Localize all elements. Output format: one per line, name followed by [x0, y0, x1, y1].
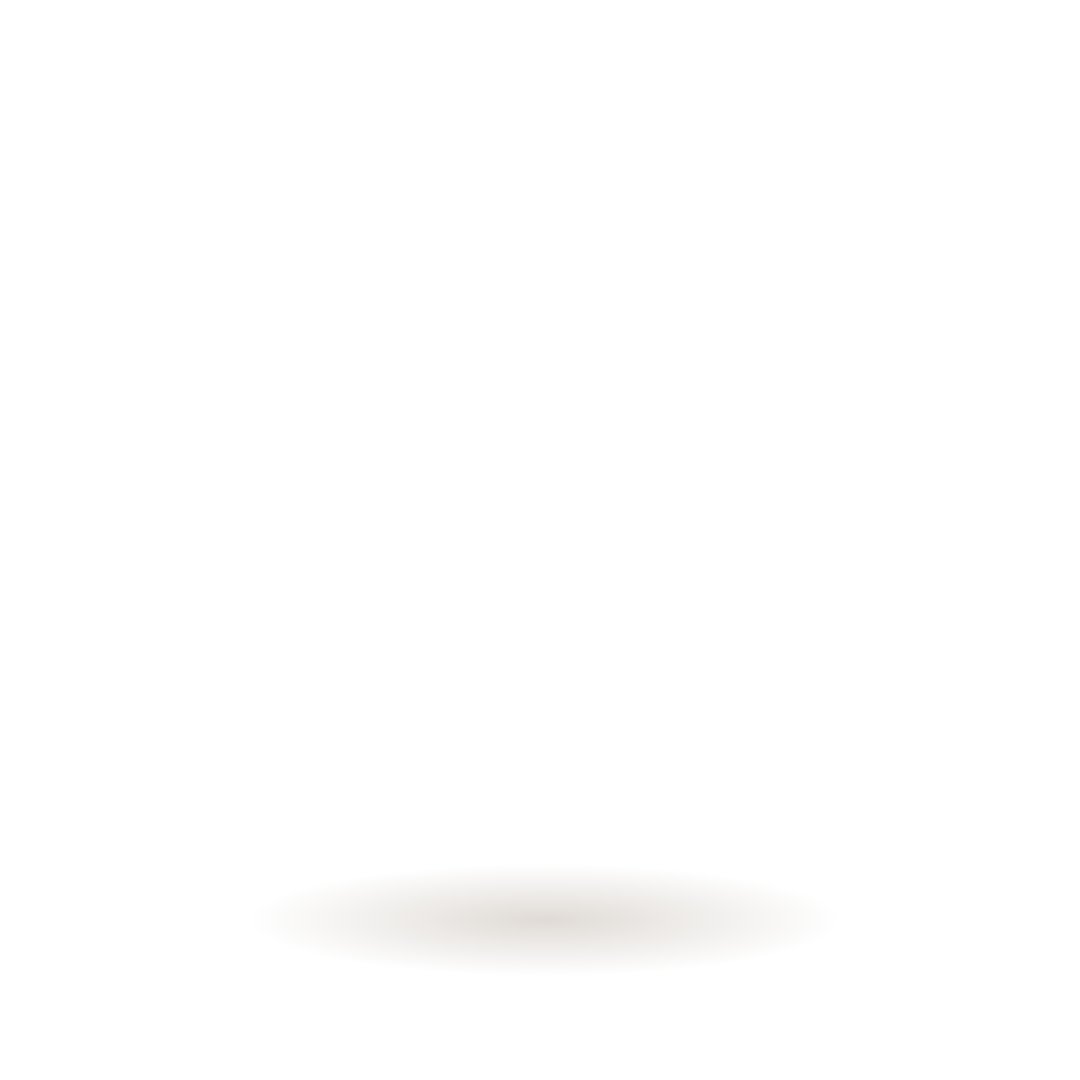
chessboard-box	[107, 316, 966, 946]
product-photo-chessboard	[0, 0, 1080, 1080]
perspective-wrapper	[0, 0, 1080, 1080]
